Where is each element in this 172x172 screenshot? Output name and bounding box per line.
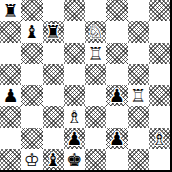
square-c6[interactable] bbox=[43, 43, 64, 64]
chess-board: ♜♝♜♘♖♟♟♖♗♟♟♗♔♝♚ bbox=[0, 0, 170, 170]
square-g1[interactable] bbox=[128, 149, 149, 170]
square-b4[interactable] bbox=[21, 85, 42, 106]
square-a5[interactable] bbox=[0, 64, 21, 85]
square-g6[interactable] bbox=[128, 43, 149, 64]
square-b3[interactable] bbox=[21, 106, 42, 127]
square-h6[interactable] bbox=[149, 43, 170, 64]
square-e3[interactable] bbox=[85, 106, 106, 127]
square-g4[interactable]: ♖ bbox=[128, 85, 149, 106]
square-d4[interactable] bbox=[64, 85, 85, 106]
square-g8[interactable] bbox=[128, 0, 149, 21]
square-b1[interactable]: ♔ bbox=[21, 149, 42, 170]
square-d2[interactable]: ♟ bbox=[64, 128, 85, 149]
piece-white-king-b1: ♔ bbox=[21, 149, 42, 170]
square-a3[interactable] bbox=[0, 106, 21, 127]
piece-black-rook-a8: ♜ bbox=[0, 0, 21, 21]
square-e5[interactable] bbox=[85, 64, 106, 85]
square-h4[interactable] bbox=[149, 85, 170, 106]
square-b8[interactable] bbox=[21, 0, 42, 21]
square-f7[interactable] bbox=[106, 21, 127, 42]
square-c3[interactable] bbox=[43, 106, 64, 127]
square-f8[interactable] bbox=[106, 0, 127, 21]
square-c8[interactable] bbox=[43, 0, 64, 21]
square-f2[interactable]: ♟ bbox=[106, 128, 127, 149]
square-a4[interactable]: ♟ bbox=[0, 85, 21, 106]
square-b2[interactable] bbox=[21, 128, 42, 149]
square-g5[interactable] bbox=[128, 64, 149, 85]
piece-white-bishop-d3: ♗ bbox=[64, 106, 85, 127]
square-d1[interactable]: ♚ bbox=[64, 149, 85, 170]
square-h2[interactable]: ♗ bbox=[149, 128, 170, 149]
piece-black-king-d1: ♚ bbox=[64, 149, 85, 170]
piece-white-rook-g4: ♖ bbox=[128, 85, 149, 106]
square-e1[interactable] bbox=[85, 149, 106, 170]
square-f4[interactable]: ♟ bbox=[106, 85, 127, 106]
piece-black-pawn-d2: ♟ bbox=[64, 128, 85, 149]
square-h7[interactable] bbox=[149, 21, 170, 42]
square-a6[interactable] bbox=[0, 43, 21, 64]
square-g7[interactable] bbox=[128, 21, 149, 42]
piece-black-pawn-f4: ♟ bbox=[106, 85, 127, 106]
square-c4[interactable] bbox=[43, 85, 64, 106]
square-e4[interactable] bbox=[85, 85, 106, 106]
piece-black-pawn-a4: ♟ bbox=[0, 85, 21, 106]
square-a2[interactable] bbox=[0, 128, 21, 149]
square-a8[interactable]: ♜ bbox=[0, 0, 21, 21]
square-h3[interactable] bbox=[149, 106, 170, 127]
square-d6[interactable] bbox=[64, 43, 85, 64]
square-h8[interactable] bbox=[149, 0, 170, 21]
square-h1[interactable] bbox=[149, 149, 170, 170]
piece-black-bishop-b7: ♝ bbox=[21, 21, 42, 42]
square-g2[interactable] bbox=[128, 128, 149, 149]
square-d7[interactable] bbox=[64, 21, 85, 42]
square-f3[interactable] bbox=[106, 106, 127, 127]
square-c2[interactable] bbox=[43, 128, 64, 149]
piece-white-bishop-h2: ♗ bbox=[149, 128, 170, 149]
piece-white-rook-e6: ♖ bbox=[85, 43, 106, 64]
square-f6[interactable] bbox=[106, 43, 127, 64]
square-f1[interactable] bbox=[106, 149, 127, 170]
square-f5[interactable] bbox=[106, 64, 127, 85]
square-e7[interactable]: ♘ bbox=[85, 21, 106, 42]
piece-black-rook-c7: ♜ bbox=[43, 21, 64, 42]
square-d3[interactable]: ♗ bbox=[64, 106, 85, 127]
square-h5[interactable] bbox=[149, 64, 170, 85]
square-e6[interactable]: ♖ bbox=[85, 43, 106, 64]
square-g3[interactable] bbox=[128, 106, 149, 127]
square-c5[interactable] bbox=[43, 64, 64, 85]
piece-black-bishop-c1: ♝ bbox=[43, 149, 64, 170]
square-d5[interactable] bbox=[64, 64, 85, 85]
chess-board-frame: ♜♝♜♘♖♟♟♖♗♟♟♗♔♝♚ bbox=[0, 0, 172, 172]
square-d8[interactable] bbox=[64, 0, 85, 21]
square-b7[interactable]: ♝ bbox=[21, 21, 42, 42]
piece-white-knight-e7: ♘ bbox=[85, 21, 106, 42]
square-a7[interactable] bbox=[0, 21, 21, 42]
piece-black-pawn-f2: ♟ bbox=[106, 128, 127, 149]
square-b6[interactable] bbox=[21, 43, 42, 64]
square-c7[interactable]: ♜ bbox=[43, 21, 64, 42]
square-e2[interactable] bbox=[85, 128, 106, 149]
square-a1[interactable] bbox=[0, 149, 21, 170]
square-c1[interactable]: ♝ bbox=[43, 149, 64, 170]
square-e8[interactable] bbox=[85, 0, 106, 21]
square-b5[interactable] bbox=[21, 64, 42, 85]
